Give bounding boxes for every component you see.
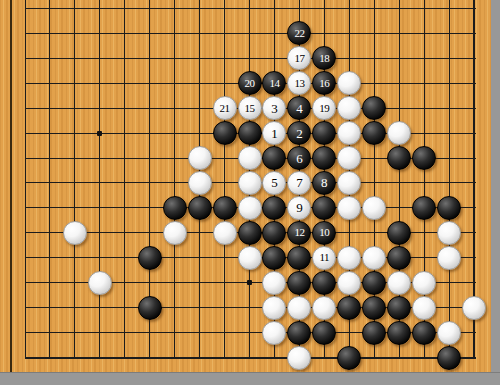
stone-white[interactable] <box>362 196 386 220</box>
move-number-label: 18 <box>319 53 329 64</box>
move-number-label: 3 <box>271 102 278 115</box>
stone-white[interactable] <box>63 221 87 245</box>
stone-white[interactable] <box>262 296 286 320</box>
stone-black[interactable] <box>337 296 361 320</box>
stone-white[interactable] <box>88 271 112 295</box>
grid-line-horizontal <box>25 58 476 59</box>
stone-black[interactable]: 14 <box>262 71 286 95</box>
stone-white[interactable]: 17 <box>287 46 311 70</box>
stone-black[interactable] <box>437 196 461 220</box>
move-number-label: 2 <box>296 127 303 140</box>
stone-black[interactable] <box>362 296 386 320</box>
stone-black[interactable] <box>138 296 162 320</box>
star-point-icon <box>97 131 102 136</box>
stone-white[interactable] <box>337 271 361 295</box>
stone-white[interactable] <box>287 296 311 320</box>
stone-white[interactable] <box>337 121 361 145</box>
stone-white[interactable] <box>337 246 361 270</box>
move-number-label: 12 <box>294 227 304 238</box>
stone-white[interactable] <box>238 196 262 220</box>
stone-white[interactable]: 5 <box>262 171 286 195</box>
stone-black[interactable] <box>262 196 286 220</box>
stone-black[interactable] <box>387 146 411 170</box>
stone-black[interactable] <box>213 121 237 145</box>
move-number-label: 11 <box>320 252 330 263</box>
move-number-label: 9 <box>296 201 303 214</box>
stone-white[interactable] <box>188 171 212 195</box>
stone-black[interactable]: 12 <box>287 221 311 245</box>
stone-black[interactable] <box>238 221 262 245</box>
stone-black[interactable] <box>188 196 212 220</box>
grid-line-vertical <box>174 0 175 359</box>
move-number-label: 15 <box>245 103 255 114</box>
stone-black[interactable] <box>387 321 411 345</box>
star-point-icon <box>247 280 252 285</box>
stone-white[interactable] <box>163 221 187 245</box>
move-number-label: 16 <box>319 78 329 89</box>
grid-line-horizontal <box>25 33 476 34</box>
move-number-label: 7 <box>296 176 303 189</box>
stone-white[interactable] <box>412 271 436 295</box>
stone-black[interactable] <box>287 321 311 345</box>
stone-black[interactable] <box>412 196 436 220</box>
stone-white[interactable] <box>437 321 461 345</box>
grid-line-vertical <box>224 0 225 359</box>
stone-black[interactable]: 18 <box>312 46 336 70</box>
stone-black[interactable] <box>163 196 187 220</box>
stone-black[interactable] <box>138 246 162 270</box>
stone-white[interactable]: 13 <box>287 71 311 95</box>
stone-black[interactable] <box>312 121 336 145</box>
stone-black[interactable]: 22 <box>287 21 311 45</box>
stone-white[interactable] <box>287 346 311 370</box>
stone-black[interactable] <box>262 221 286 245</box>
board-frame-line <box>10 0 12 373</box>
stone-black[interactable] <box>337 346 361 370</box>
stone-black[interactable] <box>437 346 461 370</box>
stone-white[interactable] <box>238 146 262 170</box>
move-number-label: 5 <box>271 176 278 189</box>
grid-line-vertical <box>99 0 100 359</box>
move-number-label: 14 <box>269 78 279 89</box>
stone-white[interactable] <box>188 146 212 170</box>
stone-black[interactable]: 8 <box>312 171 336 195</box>
stone-white[interactable] <box>262 321 286 345</box>
stone-white[interactable] <box>387 121 411 145</box>
stone-white[interactable]: 9 <box>287 196 311 220</box>
stone-white[interactable]: 7 <box>287 171 311 195</box>
stone-black[interactable] <box>362 96 386 120</box>
stone-white[interactable] <box>337 96 361 120</box>
stone-black[interactable] <box>262 246 286 270</box>
stone-black[interactable] <box>362 271 386 295</box>
board-drop-shadow-bottom <box>0 372 500 385</box>
stone-black[interactable] <box>238 121 262 145</box>
move-number-label: 22 <box>294 28 304 39</box>
stone-white[interactable] <box>213 221 237 245</box>
grid-line-vertical <box>49 0 50 359</box>
stone-white[interactable]: 3 <box>262 96 286 120</box>
stone-white[interactable] <box>238 246 262 270</box>
grid-line-vertical <box>25 0 26 359</box>
move-number-label: 19 <box>319 103 329 114</box>
stone-white[interactable] <box>337 196 361 220</box>
stone-white[interactable] <box>238 171 262 195</box>
stone-white[interactable] <box>312 296 336 320</box>
stone-white[interactable] <box>437 246 461 270</box>
grid-line-vertical <box>74 0 75 359</box>
stone-black[interactable] <box>362 321 386 345</box>
stone-black[interactable] <box>387 296 411 320</box>
stone-black[interactable] <box>287 246 311 270</box>
grid-line-horizontal <box>25 8 476 9</box>
stone-black[interactable] <box>312 321 336 345</box>
stone-white[interactable] <box>362 246 386 270</box>
stone-white[interactable] <box>337 171 361 195</box>
stone-black[interactable] <box>312 146 336 170</box>
move-number-label: 13 <box>294 78 304 89</box>
move-number-label: 4 <box>296 102 303 115</box>
diagram-stage: 22171820141316211534191265789121011 <box>0 0 500 385</box>
stone-white[interactable]: 19 <box>312 96 336 120</box>
stone-white[interactable] <box>387 271 411 295</box>
stone-white[interactable] <box>412 296 436 320</box>
stone-black[interactable]: 20 <box>238 71 262 95</box>
move-number-label: 10 <box>319 227 329 238</box>
stone-black[interactable] <box>362 121 386 145</box>
move-number-label: 21 <box>220 103 230 114</box>
grid-line-vertical <box>449 0 450 359</box>
stone-black[interactable] <box>312 196 336 220</box>
stone-black[interactable] <box>387 221 411 245</box>
move-number-label: 20 <box>245 78 255 89</box>
stone-black[interactable] <box>287 271 311 295</box>
stone-white[interactable] <box>337 71 361 95</box>
stone-black[interactable] <box>262 146 286 170</box>
stone-black[interactable] <box>412 146 436 170</box>
stone-black[interactable] <box>387 246 411 270</box>
stone-black[interactable] <box>312 271 336 295</box>
move-number-label: 6 <box>296 152 303 165</box>
stone-white[interactable]: 11 <box>312 246 336 270</box>
go-board[interactable]: 22171820141316211534191265789121011 <box>0 0 491 373</box>
board-drop-shadow-right <box>491 0 500 385</box>
stone-white[interactable] <box>262 271 286 295</box>
stone-black[interactable]: 4 <box>287 96 311 120</box>
stone-white[interactable]: 21 <box>213 96 237 120</box>
stone-black[interactable]: 6 <box>287 146 311 170</box>
stone-black[interactable]: 10 <box>312 221 336 245</box>
move-number-label: 1 <box>271 127 278 140</box>
stone-white[interactable] <box>462 296 486 320</box>
move-number-label: 8 <box>321 176 328 189</box>
stone-white[interactable]: 15 <box>238 96 262 120</box>
grid-line-horizontal <box>25 357 476 359</box>
stone-black[interactable]: 16 <box>312 71 336 95</box>
move-number-label: 17 <box>294 53 304 64</box>
stone-black[interactable] <box>213 196 237 220</box>
stone-white[interactable]: 1 <box>262 121 286 145</box>
stone-white[interactable] <box>437 221 461 245</box>
grid-line-vertical <box>124 0 125 359</box>
stone-black[interactable] <box>412 321 436 345</box>
stone-white[interactable] <box>337 146 361 170</box>
stone-black[interactable]: 2 <box>287 121 311 145</box>
